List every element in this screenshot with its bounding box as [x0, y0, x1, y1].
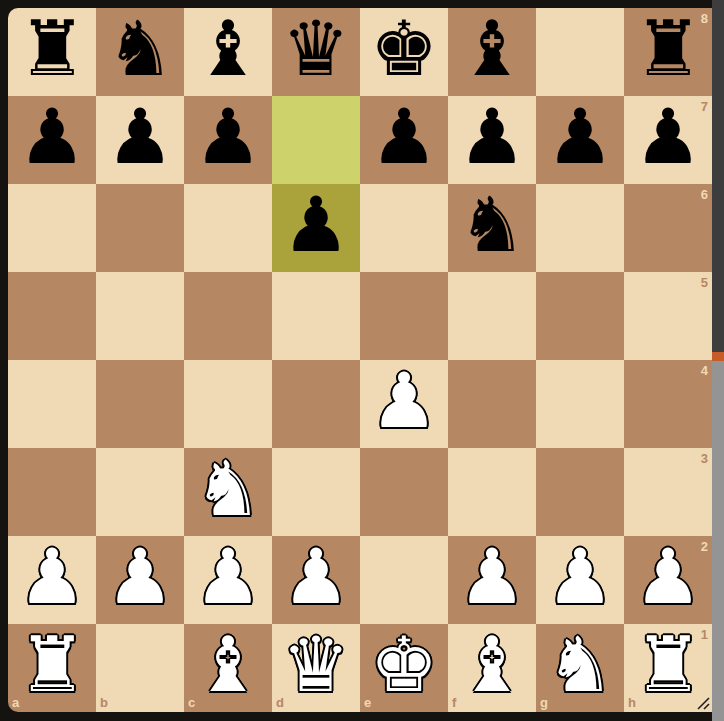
- black-pawn[interactable]: ♟: [370, 93, 438, 181]
- black-knight[interactable]: ♞: [458, 181, 526, 269]
- square-a8[interactable]: ♜: [8, 8, 96, 96]
- square-h4[interactable]: 4: [624, 360, 712, 448]
- square-g6[interactable]: [536, 184, 624, 272]
- square-c6[interactable]: [184, 184, 272, 272]
- square-a5[interactable]: [8, 272, 96, 360]
- square-f2[interactable]: ♟: [448, 536, 536, 624]
- square-c2[interactable]: ♟: [184, 536, 272, 624]
- square-c7[interactable]: ♟: [184, 96, 272, 184]
- white-bishop[interactable]: ♝: [458, 621, 526, 709]
- square-b5[interactable]: [96, 272, 184, 360]
- rank-label-8: 8: [701, 12, 708, 25]
- square-g8[interactable]: [536, 8, 624, 96]
- square-e6[interactable]: [360, 184, 448, 272]
- square-f1[interactable]: ♝f: [448, 624, 536, 712]
- square-d5[interactable]: [272, 272, 360, 360]
- black-pawn[interactable]: ♟: [634, 93, 702, 181]
- white-bishop[interactable]: ♝: [194, 621, 262, 709]
- square-g4[interactable]: [536, 360, 624, 448]
- square-g2[interactable]: ♟: [536, 536, 624, 624]
- square-d4[interactable]: [272, 360, 360, 448]
- white-pawn[interactable]: ♟: [194, 533, 262, 621]
- square-f5[interactable]: [448, 272, 536, 360]
- square-a2[interactable]: ♟: [8, 536, 96, 624]
- chess-board: ♜♞♝♛♚♝♜8♟♟♟♟♟♟♟7♟♞65♟4♞3♟♟♟♟♟♟♟2♜ab♝c♛d♚…: [8, 8, 712, 712]
- square-b1[interactable]: b: [96, 624, 184, 712]
- square-c3[interactable]: ♞: [184, 448, 272, 536]
- white-king[interactable]: ♚: [370, 621, 438, 709]
- square-a4[interactable]: [8, 360, 96, 448]
- rank-label-5: 5: [701, 276, 708, 289]
- square-d2[interactable]: ♟: [272, 536, 360, 624]
- square-f3[interactable]: [448, 448, 536, 536]
- square-h3[interactable]: 3: [624, 448, 712, 536]
- black-bishop[interactable]: ♝: [458, 8, 526, 93]
- black-pawn[interactable]: ♟: [194, 93, 262, 181]
- square-h8[interactable]: ♜8: [624, 8, 712, 96]
- square-c5[interactable]: [184, 272, 272, 360]
- scrollbar-accent-marker: [712, 352, 724, 361]
- square-a1[interactable]: ♜a: [8, 624, 96, 712]
- white-pawn[interactable]: ♟: [18, 533, 86, 621]
- black-pawn[interactable]: ♟: [458, 93, 526, 181]
- square-h2[interactable]: ♟2: [624, 536, 712, 624]
- rank-label-7: 7: [701, 100, 708, 113]
- white-pawn[interactable]: ♟: [282, 533, 350, 621]
- square-e4[interactable]: ♟: [360, 360, 448, 448]
- square-c1[interactable]: ♝c: [184, 624, 272, 712]
- white-knight[interactable]: ♞: [546, 621, 614, 709]
- square-h6[interactable]: 6: [624, 184, 712, 272]
- white-queen[interactable]: ♛: [282, 621, 350, 709]
- white-pawn[interactable]: ♟: [106, 533, 174, 621]
- square-d6[interactable]: ♟: [272, 184, 360, 272]
- black-pawn[interactable]: ♟: [18, 93, 86, 181]
- file-label-h: h: [628, 696, 636, 709]
- square-b2[interactable]: ♟: [96, 536, 184, 624]
- black-rook[interactable]: ♜: [18, 8, 86, 93]
- square-f6[interactable]: ♞: [448, 184, 536, 272]
- square-a7[interactable]: ♟: [8, 96, 96, 184]
- file-label-d: d: [276, 696, 284, 709]
- square-f4[interactable]: [448, 360, 536, 448]
- square-e1[interactable]: ♚e: [360, 624, 448, 712]
- scrollbar[interactable]: [712, 0, 724, 721]
- square-b6[interactable]: [96, 184, 184, 272]
- square-f7[interactable]: ♟: [448, 96, 536, 184]
- white-rook[interactable]: ♜: [18, 621, 86, 709]
- square-d3[interactable]: [272, 448, 360, 536]
- square-d7[interactable]: [272, 96, 360, 184]
- black-queen[interactable]: ♛: [282, 8, 350, 93]
- rank-label-2: 2: [701, 540, 708, 553]
- white-pawn[interactable]: ♟: [546, 533, 614, 621]
- white-rook[interactable]: ♜: [634, 621, 702, 709]
- square-g1[interactable]: ♞g: [536, 624, 624, 712]
- black-knight[interactable]: ♞: [106, 8, 174, 93]
- square-e2[interactable]: [360, 536, 448, 624]
- square-b8[interactable]: ♞: [96, 8, 184, 96]
- square-b7[interactable]: ♟: [96, 96, 184, 184]
- white-knight[interactable]: ♞: [194, 445, 262, 533]
- black-king[interactable]: ♚: [370, 8, 438, 93]
- black-pawn[interactable]: ♟: [282, 181, 350, 269]
- file-label-g: g: [540, 696, 548, 709]
- square-g5[interactable]: [536, 272, 624, 360]
- square-f8[interactable]: ♝: [448, 8, 536, 96]
- black-pawn[interactable]: ♟: [106, 93, 174, 181]
- white-pawn[interactable]: ♟: [634, 533, 702, 621]
- square-h7[interactable]: ♟7: [624, 96, 712, 184]
- square-d1[interactable]: ♛d: [272, 624, 360, 712]
- rank-label-3: 3: [701, 452, 708, 465]
- file-label-f: f: [452, 696, 456, 709]
- square-c8[interactable]: ♝: [184, 8, 272, 96]
- black-bishop[interactable]: ♝: [194, 8, 262, 93]
- white-pawn[interactable]: ♟: [458, 533, 526, 621]
- scrollbar-thumb[interactable]: [712, 361, 724, 721]
- black-pawn[interactable]: ♟: [546, 93, 614, 181]
- square-e5[interactable]: [360, 272, 448, 360]
- black-rook[interactable]: ♜: [634, 8, 702, 93]
- square-e7[interactable]: ♟: [360, 96, 448, 184]
- rank-label-4: 4: [701, 364, 708, 377]
- file-label-a: a: [12, 696, 19, 709]
- square-g7[interactable]: ♟: [536, 96, 624, 184]
- file-label-c: c: [188, 696, 195, 709]
- scrollbar-track[interactable]: [712, 0, 724, 352]
- white-pawn[interactable]: ♟: [370, 357, 438, 445]
- square-c4[interactable]: [184, 360, 272, 448]
- square-d8[interactable]: ♛: [272, 8, 360, 96]
- board-resize-handle-icon[interactable]: [694, 694, 711, 711]
- square-b3[interactable]: [96, 448, 184, 536]
- square-g3[interactable]: [536, 448, 624, 536]
- file-label-e: e: [364, 696, 371, 709]
- square-e8[interactable]: ♚: [360, 8, 448, 96]
- square-e3[interactable]: [360, 448, 448, 536]
- square-a3[interactable]: [8, 448, 96, 536]
- rank-label-1: 1: [701, 628, 708, 641]
- square-a6[interactable]: [8, 184, 96, 272]
- file-label-b: b: [100, 696, 108, 709]
- square-h5[interactable]: 5: [624, 272, 712, 360]
- rank-label-6: 6: [701, 188, 708, 201]
- square-b4[interactable]: [96, 360, 184, 448]
